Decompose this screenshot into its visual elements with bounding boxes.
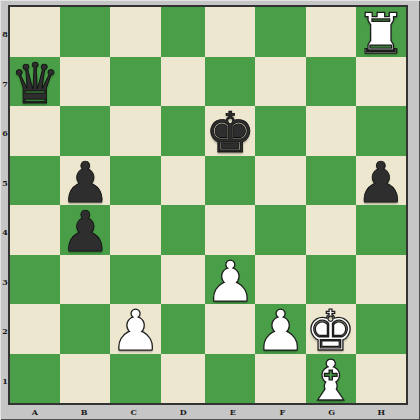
file-label-c: C (109, 405, 159, 419)
square-d6[interactable] (161, 106, 206, 156)
square-d3[interactable] (161, 255, 206, 305)
file-label-d: D (159, 405, 209, 419)
square-g6[interactable] (306, 106, 356, 156)
square-g4[interactable] (306, 205, 356, 255)
square-a3[interactable] (10, 255, 60, 305)
black-pawn[interactable]: ♟ (356, 158, 406, 208)
square-e1[interactable] (205, 354, 255, 404)
square-d5[interactable] (161, 156, 206, 206)
square-d7[interactable] (161, 57, 206, 107)
square-c2[interactable]: ♟ (110, 304, 160, 354)
square-g5[interactable] (306, 156, 356, 206)
square-d2[interactable] (161, 304, 206, 354)
black-queen[interactable]: ♛ (10, 59, 60, 109)
square-e8[interactable] (205, 7, 255, 57)
square-a5[interactable] (10, 156, 60, 206)
square-b2[interactable] (60, 304, 110, 354)
square-c7[interactable] (110, 57, 160, 107)
square-e4[interactable] (205, 205, 255, 255)
square-b7[interactable] (60, 57, 110, 107)
square-b8[interactable] (60, 7, 110, 57)
square-b5[interactable]: ♟ (60, 156, 110, 206)
chess-board[interactable]: ♜♛♚♟♟♟♟♟♟♚♝ (8, 5, 408, 405)
square-f2[interactable]: ♟ (255, 304, 305, 354)
square-h8[interactable]: ♜ (356, 7, 406, 57)
square-a2[interactable] (10, 304, 60, 354)
square-b1[interactable] (60, 354, 110, 404)
square-g2[interactable]: ♚ (306, 304, 356, 354)
square-c1[interactable] (110, 354, 160, 404)
file-label-g: G (307, 405, 357, 419)
square-c4[interactable] (110, 205, 160, 255)
file-labels: ABCDEFGH (10, 405, 406, 419)
square-g3[interactable] (306, 255, 356, 305)
square-f1[interactable] (255, 354, 305, 404)
square-e5[interactable] (205, 156, 255, 206)
square-h1[interactable] (356, 354, 406, 404)
square-e3[interactable]: ♟ (205, 255, 255, 305)
file-label-b: B (60, 405, 110, 419)
square-h4[interactable] (356, 205, 406, 255)
file-label-f: F (258, 405, 308, 419)
square-g7[interactable] (306, 57, 356, 107)
file-label-h: H (357, 405, 407, 419)
square-g1[interactable]: ♝ (306, 354, 356, 404)
square-f8[interactable] (255, 7, 305, 57)
square-h2[interactable] (356, 304, 406, 354)
white-pawn[interactable]: ♟ (110, 306, 160, 356)
square-a4[interactable] (10, 205, 60, 255)
black-pawn[interactable]: ♟ (60, 207, 110, 257)
square-c8[interactable] (110, 7, 160, 57)
square-a1[interactable] (10, 354, 60, 404)
square-d8[interactable] (161, 7, 206, 57)
square-f6[interactable] (255, 106, 305, 156)
file-label-a: A (10, 405, 60, 419)
square-a7[interactable]: ♛ (10, 57, 60, 107)
file-label-e: E (208, 405, 258, 419)
square-f7[interactable] (255, 57, 305, 107)
white-bishop[interactable]: ♝ (306, 356, 356, 406)
white-rook[interactable]: ♜ (356, 9, 406, 59)
white-pawn[interactable]: ♟ (255, 306, 305, 356)
board-frame: 87654321 ♜♛♚♟♟♟♟♟♟♚♝ ABCDEFGH (0, 0, 420, 420)
square-c5[interactable] (110, 156, 160, 206)
square-b4[interactable]: ♟ (60, 205, 110, 255)
square-g8[interactable] (306, 7, 356, 57)
square-h3[interactable] (356, 255, 406, 305)
square-e7[interactable] (205, 57, 255, 107)
square-e6[interactable]: ♚ (205, 106, 255, 156)
square-h7[interactable] (356, 57, 406, 107)
square-b6[interactable] (60, 106, 110, 156)
square-c6[interactable] (110, 106, 160, 156)
square-f5[interactable] (255, 156, 305, 206)
square-c3[interactable] (110, 255, 160, 305)
square-a8[interactable] (10, 7, 60, 57)
black-king[interactable]: ♚ (205, 108, 255, 158)
square-h5[interactable]: ♟ (356, 156, 406, 206)
square-e2[interactable] (205, 304, 255, 354)
square-h6[interactable] (356, 106, 406, 156)
square-b3[interactable] (60, 255, 110, 305)
square-a6[interactable] (10, 106, 60, 156)
square-f3[interactable] (255, 255, 305, 305)
square-f4[interactable] (255, 205, 305, 255)
square-d1[interactable] (161, 354, 206, 404)
white-pawn[interactable]: ♟ (205, 257, 255, 307)
square-d4[interactable] (161, 205, 206, 255)
